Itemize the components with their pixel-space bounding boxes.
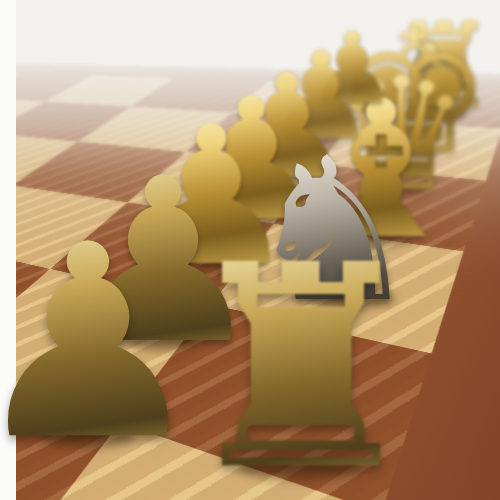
photo-of-chess-set: ♜ ♞ ♝ ♚ ♛ ♝ ♟ ♟ ♟ ♟ ♟ ♟ ♞ ♟ ♜: [0, 0, 500, 500]
rook-near: ♜: [175, 228, 426, 500]
